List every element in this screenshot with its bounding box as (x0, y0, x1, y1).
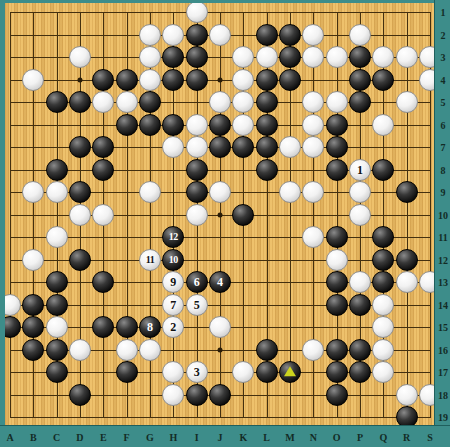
black-stone[interactable] (372, 271, 394, 293)
white-stone[interactable] (372, 294, 394, 316)
white-stone[interactable] (349, 24, 371, 46)
move-number: 2 (170, 321, 176, 333)
black-stone[interactable] (326, 226, 348, 248)
white-stone[interactable] (232, 91, 254, 113)
white-stone[interactable] (419, 271, 434, 293)
white-stone[interactable] (372, 361, 394, 383)
white-stone[interactable] (372, 46, 394, 68)
black-stone[interactable] (372, 159, 394, 181)
goban[interactable]: 112111096475823 (5, 3, 434, 425)
white-stone[interactable] (46, 181, 68, 203)
white-stone[interactable] (139, 24, 161, 46)
black-stone[interactable] (232, 204, 254, 226)
row-label: 18 (438, 389, 448, 400)
black-stone[interactable] (256, 69, 278, 91)
white-stone[interactable] (419, 69, 434, 91)
black-stone[interactable] (22, 316, 44, 338)
white-stone[interactable] (186, 114, 208, 136)
row-label: 17 (438, 367, 448, 378)
row-label: 5 (441, 97, 446, 108)
white-stone[interactable] (116, 91, 138, 113)
black-stone[interactable] (69, 136, 91, 158)
black-stone[interactable] (46, 294, 68, 316)
row-label: 4 (441, 74, 446, 85)
black-stone[interactable] (349, 361, 371, 383)
row-label: 6 (441, 119, 446, 130)
white-stone[interactable] (162, 136, 184, 158)
black-stone[interactable] (46, 271, 68, 293)
black-stone[interactable] (326, 384, 348, 406)
white-stone[interactable] (232, 114, 254, 136)
black-stone[interactable] (349, 294, 371, 316)
white-stone[interactable] (46, 316, 68, 338)
grid-line (10, 417, 431, 418)
black-stone[interactable] (256, 24, 278, 46)
column-coordinate-strip: ABCDEFGHIJKLMNOPQRS (0, 425, 450, 447)
column-label: M (285, 432, 294, 443)
white-stone[interactable] (256, 46, 278, 68)
column-label: O (333, 432, 341, 443)
white-stone[interactable] (302, 181, 324, 203)
black-stone[interactable] (349, 339, 371, 361)
black-stone[interactable] (186, 46, 208, 68)
white-stone[interactable] (232, 69, 254, 91)
black-stone[interactable] (326, 136, 348, 158)
black-stone[interactable] (256, 159, 278, 181)
black-stone[interactable] (256, 136, 278, 158)
black-stone[interactable] (186, 384, 208, 406)
white-stone[interactable] (349, 271, 371, 293)
white-stone[interactable] (92, 91, 114, 113)
row-label: 9 (441, 187, 446, 198)
black-stone[interactable] (326, 294, 348, 316)
column-label: B (30, 432, 37, 443)
black-stone[interactable] (256, 361, 278, 383)
white-stone[interactable] (69, 339, 91, 361)
white-stone[interactable] (349, 181, 371, 203)
black-stone[interactable] (92, 271, 114, 293)
white-stone[interactable]: 2 (162, 316, 184, 338)
black-stone[interactable] (186, 159, 208, 181)
white-stone[interactable] (139, 69, 161, 91)
black-stone[interactable] (279, 46, 301, 68)
black-stone[interactable] (279, 24, 301, 46)
white-stone[interactable] (349, 204, 371, 226)
white-stone[interactable] (139, 181, 161, 203)
move-number: 4 (217, 276, 223, 288)
row-coordinate-strip: 12345678910111213141516171819 (434, 0, 450, 447)
row-label: 15 (438, 322, 448, 333)
black-stone[interactable] (349, 91, 371, 113)
white-stone[interactable] (372, 316, 394, 338)
white-stone[interactable] (279, 136, 301, 158)
row-label: 8 (441, 164, 446, 175)
column-label: A (6, 432, 13, 443)
black-stone[interactable] (162, 69, 184, 91)
white-stone[interactable] (186, 3, 208, 23)
white-stone[interactable] (326, 91, 348, 113)
black-stone[interactable]: 4 (209, 271, 231, 293)
white-stone[interactable] (279, 181, 301, 203)
white-stone[interactable] (46, 226, 68, 248)
white-stone[interactable] (22, 181, 44, 203)
white-stone[interactable] (162, 24, 184, 46)
row-label: 3 (441, 52, 446, 63)
white-stone[interactable] (139, 339, 161, 361)
black-stone[interactable] (279, 361, 301, 383)
column-label: J (217, 432, 222, 443)
move-number: 9 (170, 276, 176, 288)
black-stone[interactable] (139, 91, 161, 113)
white-stone[interactable] (232, 361, 254, 383)
white-stone[interactable] (302, 226, 324, 248)
white-stone[interactable]: 3 (186, 361, 208, 383)
white-stone[interactable] (396, 384, 418, 406)
white-stone[interactable] (302, 46, 324, 68)
black-stone[interactable] (209, 384, 231, 406)
black-stone[interactable] (372, 226, 394, 248)
hoshi-point (217, 77, 222, 82)
column-label: G (146, 432, 154, 443)
grid-line (10, 237, 431, 238)
black-stone[interactable] (256, 114, 278, 136)
black-stone[interactable] (209, 136, 231, 158)
row-label: 2 (441, 29, 446, 40)
row-label: 10 (438, 209, 448, 220)
column-label: L (263, 432, 270, 443)
row-label: 19 (438, 412, 448, 423)
white-stone[interactable] (302, 91, 324, 113)
column-label: S (427, 432, 433, 443)
black-stone[interactable]: 10 (162, 249, 184, 271)
white-stone[interactable] (419, 384, 434, 406)
black-stone[interactable] (22, 294, 44, 316)
black-stone[interactable] (69, 249, 91, 271)
white-stone[interactable] (372, 339, 394, 361)
move-number: 11 (146, 255, 154, 265)
move-number: 5 (194, 299, 200, 311)
column-label: N (310, 432, 317, 443)
row-label: 7 (441, 142, 446, 153)
white-stone[interactable] (302, 339, 324, 361)
hoshi-point (217, 212, 222, 217)
white-stone[interactable] (209, 24, 231, 46)
row-label: 12 (438, 254, 448, 265)
white-stone[interactable] (302, 136, 324, 158)
white-stone[interactable] (209, 181, 231, 203)
black-stone[interactable] (139, 114, 161, 136)
black-stone[interactable] (92, 316, 114, 338)
black-stone[interactable]: 12 (162, 226, 184, 248)
white-stone[interactable] (209, 316, 231, 338)
white-stone[interactable]: 5 (186, 294, 208, 316)
black-stone[interactable] (186, 69, 208, 91)
column-label: P (357, 432, 363, 443)
white-stone[interactable] (139, 46, 161, 68)
black-stone[interactable] (256, 339, 278, 361)
move-number: 7 (170, 299, 176, 311)
move-number: 3 (194, 366, 200, 378)
black-stone[interactable] (92, 136, 114, 158)
white-stone[interactable] (396, 46, 418, 68)
column-label: Q (379, 432, 387, 443)
white-stone[interactable]: 9 (162, 271, 184, 293)
move-number: 10 (169, 255, 178, 265)
white-stone[interactable]: 7 (162, 294, 184, 316)
column-label: H (169, 432, 177, 443)
white-stone[interactable] (302, 114, 324, 136)
black-stone[interactable] (69, 91, 91, 113)
black-stone[interactable] (372, 249, 394, 271)
black-stone[interactable] (69, 181, 91, 203)
black-stone[interactable] (162, 46, 184, 68)
white-stone[interactable] (326, 46, 348, 68)
hoshi-point (217, 347, 222, 352)
row-label: 11 (438, 232, 447, 243)
black-stone[interactable] (232, 136, 254, 158)
row-label: 14 (438, 299, 448, 310)
move-number: 1 (357, 164, 363, 176)
black-stone[interactable] (326, 361, 348, 383)
black-stone[interactable] (116, 69, 138, 91)
white-stone[interactable] (186, 136, 208, 158)
column-label: E (100, 432, 107, 443)
black-stone[interactable] (116, 361, 138, 383)
white-stone[interactable] (209, 91, 231, 113)
black-stone[interactable] (396, 249, 418, 271)
white-stone[interactable] (92, 204, 114, 226)
black-stone[interactable] (326, 159, 348, 181)
black-stone[interactable] (326, 114, 348, 136)
column-label: F (124, 432, 130, 443)
black-stone[interactable] (69, 384, 91, 406)
move-number: 6 (194, 276, 200, 288)
grid-line (10, 12, 431, 13)
white-stone[interactable] (69, 204, 91, 226)
black-stone[interactable] (116, 114, 138, 136)
column-label: R (403, 432, 410, 443)
black-stone[interactable] (349, 69, 371, 91)
white-stone[interactable] (162, 384, 184, 406)
white-stone[interactable] (162, 361, 184, 383)
black-stone[interactable] (46, 339, 68, 361)
black-stone[interactable] (22, 339, 44, 361)
white-stone[interactable]: 11 (139, 249, 161, 271)
black-stone[interactable] (162, 114, 184, 136)
white-stone[interactable] (419, 46, 434, 68)
black-stone[interactable] (396, 406, 418, 425)
white-stone[interactable] (232, 46, 254, 68)
black-stone[interactable] (326, 339, 348, 361)
column-label: K (239, 432, 247, 443)
black-stone[interactable] (46, 91, 68, 113)
black-stone[interactable] (92, 69, 114, 91)
column-label: D (76, 432, 83, 443)
white-stone[interactable] (302, 24, 324, 46)
black-stone[interactable] (372, 69, 394, 91)
white-stone[interactable] (22, 69, 44, 91)
triangle-marker-icon (284, 366, 296, 376)
black-stone[interactable] (279, 69, 301, 91)
move-number: 12 (169, 232, 178, 242)
black-stone[interactable]: 8 (139, 316, 161, 338)
black-stone[interactable] (116, 316, 138, 338)
column-label: I (195, 432, 199, 443)
column-label: C (53, 432, 60, 443)
black-stone[interactable] (256, 91, 278, 113)
row-label: 1 (441, 7, 446, 18)
black-stone[interactable] (209, 114, 231, 136)
move-number: 8 (147, 321, 153, 333)
row-label: 13 (438, 277, 448, 288)
hoshi-point (77, 77, 82, 82)
white-stone[interactable] (396, 271, 418, 293)
black-stone[interactable] (326, 271, 348, 293)
white-stone[interactable] (326, 249, 348, 271)
row-label: 16 (438, 344, 448, 355)
white-stone[interactable] (69, 46, 91, 68)
white-stone[interactable] (22, 249, 44, 271)
black-stone[interactable] (349, 46, 371, 68)
white-stone[interactable] (116, 339, 138, 361)
white-stone[interactable] (372, 114, 394, 136)
black-stone[interactable] (186, 181, 208, 203)
black-stone[interactable]: 6 (186, 271, 208, 293)
white-stone[interactable]: 1 (349, 159, 371, 181)
go-board-screenshot: { "game": "go", "app": "go game record /… (0, 0, 450, 447)
white-stone[interactable] (5, 294, 21, 316)
black-stone[interactable] (92, 159, 114, 181)
white-stone[interactable] (186, 204, 208, 226)
black-stone[interactable] (46, 159, 68, 181)
black-stone[interactable] (396, 181, 418, 203)
black-stone[interactable] (46, 361, 68, 383)
white-stone[interactable] (396, 91, 418, 113)
black-stone[interactable] (186, 24, 208, 46)
black-stone[interactable] (5, 316, 21, 338)
